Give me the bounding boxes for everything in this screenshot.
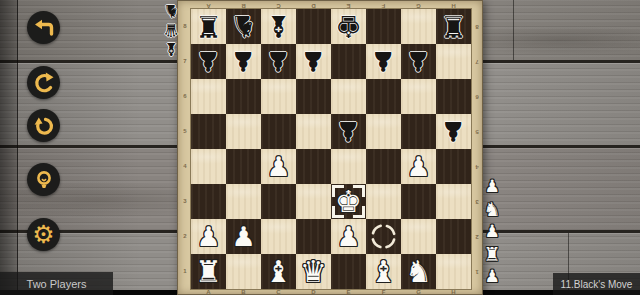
file-label-bottom-G: G <box>401 289 436 295</box>
square-c8[interactable]: ♝ <box>261 9 296 44</box>
lightbulb-icon <box>32 168 56 192</box>
square-g4[interactable]: ♟ <box>401 149 436 184</box>
square-h8[interactable]: ♜ <box>436 9 471 44</box>
redo-button[interactable] <box>27 66 60 99</box>
square-d5[interactable] <box>296 114 331 149</box>
file-label-bottom-C: C <box>261 289 296 295</box>
white-bishop[interactable]: ♝ <box>370 254 397 289</box>
black-pawn[interactable]: ♟ <box>196 44 220 79</box>
move-status-bar: 11.Black's Move <box>553 273 640 295</box>
left-edge-shadow <box>0 0 18 290</box>
white-pawn[interactable]: ♟ <box>406 149 430 184</box>
rank-label-left-1: 1 <box>180 254 190 289</box>
white-knight[interactable]: ♞ <box>405 254 432 289</box>
file-label-top-C: C <box>261 2 296 9</box>
white-pawn[interactable]: ♟ <box>196 219 220 254</box>
rank-label-left-5: 5 <box>180 114 190 149</box>
square-a4[interactable] <box>191 149 226 184</box>
black-rook[interactable]: ♜ <box>440 9 467 44</box>
chess-app-screen: ⚙ ♜♞♝♚♜♟♟♟♟♟♟♟♟♟♟♚♟♟♟♜♝♛♝♞ ABCDEFGHABCDE… <box>0 0 640 295</box>
white-king[interactable]: ♚ <box>335 184 362 219</box>
black-pawn[interactable]: ♟ <box>441 114 465 149</box>
square-b2[interactable]: ♟ <box>226 219 261 254</box>
captured-white-pieces-tray: ♟♞♟♜♟ <box>480 175 504 288</box>
captured-white-pawn: ♟ <box>484 220 499 243</box>
square-f6[interactable] <box>366 79 401 114</box>
square-c3[interactable] <box>261 184 296 219</box>
file-label-bottom-D: D <box>296 289 331 295</box>
square-g3[interactable] <box>401 184 436 219</box>
black-pawn[interactable]: ♟ <box>336 114 360 149</box>
captured-white-knight: ♞ <box>483 198 500 221</box>
square-g7[interactable]: ♟ <box>401 44 436 79</box>
square-f8[interactable] <box>366 9 401 44</box>
square-h3[interactable] <box>436 184 471 219</box>
square-a7[interactable]: ♟ <box>191 44 226 79</box>
rank-label-right-6: 6 <box>472 79 482 114</box>
square-e7[interactable] <box>331 44 366 79</box>
square-c4[interactable]: ♟ <box>261 149 296 184</box>
captured-black-knight: ♞ <box>163 2 179 21</box>
square-c1[interactable]: ♝ <box>261 254 296 289</box>
square-f5[interactable] <box>366 114 401 149</box>
square-b8[interactable]: ♞ <box>226 9 261 44</box>
rank-label-left-4: 4 <box>180 149 190 184</box>
square-h4[interactable] <box>436 149 471 184</box>
square-c7[interactable]: ♟ <box>261 44 296 79</box>
square-g5[interactable] <box>401 114 436 149</box>
square-f7[interactable]: ♟ <box>366 44 401 79</box>
square-g6[interactable] <box>401 79 436 114</box>
rank-label-left-3: 3 <box>180 184 190 219</box>
black-pawn[interactable]: ♟ <box>406 44 430 79</box>
white-queen[interactable]: ♛ <box>300 254 327 289</box>
rank-label-right-7: 7 <box>472 44 482 79</box>
white-bishop[interactable]: ♝ <box>265 254 292 289</box>
square-b7[interactable]: ♟ <box>226 44 261 79</box>
hint-button[interactable] <box>27 163 60 196</box>
square-c2[interactable] <box>261 219 296 254</box>
square-d3[interactable] <box>296 184 331 219</box>
square-b6[interactable] <box>226 79 261 114</box>
black-pawn[interactable]: ♟ <box>231 44 255 79</box>
move-status-label: 11.Black's Move <box>561 279 633 290</box>
square-d2[interactable] <box>296 219 331 254</box>
square-e6[interactable] <box>331 79 366 114</box>
settings-button[interactable]: ⚙ <box>27 218 60 251</box>
square-a2[interactable]: ♟ <box>191 219 226 254</box>
game-mode-label: Two Players <box>27 278 87 290</box>
file-label-top-H: H <box>436 2 471 9</box>
undo-button[interactable] <box>27 11 60 44</box>
square-d1[interactable]: ♛ <box>296 254 331 289</box>
square-e4[interactable] <box>331 149 366 184</box>
square-d8[interactable] <box>296 9 331 44</box>
rank-label-left-6: 6 <box>180 79 190 114</box>
black-rook[interactable]: ♜ <box>195 9 222 44</box>
file-label-top-B: B <box>226 2 261 9</box>
square-e3[interactable]: ♚ <box>331 184 366 219</box>
file-label-bottom-H: H <box>436 289 471 295</box>
square-d7[interactable]: ♟ <box>296 44 331 79</box>
file-label-top-F: F <box>366 2 401 9</box>
file-label-bottom-F: F <box>366 289 401 295</box>
square-a8[interactable]: ♜ <box>191 9 226 44</box>
square-h7[interactable] <box>436 44 471 79</box>
undo-arrow-icon <box>32 16 56 40</box>
rank-label-right-5: 5 <box>472 114 482 149</box>
chess-board: ♜♞♝♚♜♟♟♟♟♟♟♟♟♟♟♚♟♟♟♜♝♛♝♞ ABCDEFGHABCDEFG… <box>177 0 483 295</box>
square-c5[interactable] <box>261 114 296 149</box>
square-f2[interactable] <box>366 219 401 254</box>
black-knight[interactable]: ♞ <box>230 9 257 44</box>
file-label-bottom-A: A <box>191 289 226 295</box>
captured-white-pawn: ♟ <box>484 175 499 198</box>
square-e8[interactable]: ♚ <box>331 9 366 44</box>
file-label-bottom-B: B <box>226 289 261 295</box>
square-f1[interactable]: ♝ <box>366 254 401 289</box>
square-b3[interactable] <box>226 184 261 219</box>
board-grid: ♜♞♝♚♜♟♟♟♟♟♟♟♟♟♟♚♟♟♟♜♝♛♝♞ <box>191 9 471 289</box>
rank-label-left-2: 2 <box>180 219 190 254</box>
square-e5[interactable]: ♟ <box>331 114 366 149</box>
white-rook[interactable]: ♜ <box>195 254 222 289</box>
square-h5[interactable]: ♟ <box>436 114 471 149</box>
black-pawn[interactable]: ♟ <box>301 44 325 79</box>
white-pawn[interactable]: ♟ <box>336 219 360 254</box>
square-f4[interactable] <box>366 149 401 184</box>
captured-white-rook: ♜ <box>483 243 500 266</box>
square-g1[interactable]: ♞ <box>401 254 436 289</box>
game-mode-bar: Two Players <box>0 272 113 295</box>
counterclockwise-arrow-icon <box>32 114 56 138</box>
square-b5[interactable] <box>226 114 261 149</box>
gear-icon: ⚙ <box>32 222 54 247</box>
square-f3[interactable] <box>366 184 401 219</box>
black-pawn[interactable]: ♟ <box>266 44 290 79</box>
clockwise-circular-arrow-icon <box>32 71 56 95</box>
black-pawn[interactable]: ♟ <box>371 44 395 79</box>
square-b4[interactable] <box>226 149 261 184</box>
file-label-top-G: G <box>401 2 436 9</box>
black-bishop[interactable]: ♝ <box>265 9 292 44</box>
square-h6[interactable] <box>436 79 471 114</box>
captured-white-pawn: ♟ <box>484 265 499 288</box>
square-g8[interactable] <box>401 9 436 44</box>
captured-black-pieces-tray: ♞♛♝ <box>159 2 183 59</box>
square-b1[interactable] <box>226 254 261 289</box>
square-c6[interactable] <box>261 79 296 114</box>
square-g2[interactable] <box>401 219 436 254</box>
square-h1[interactable] <box>436 254 471 289</box>
black-king[interactable]: ♚ <box>335 9 362 44</box>
square-e1[interactable] <box>331 254 366 289</box>
rank-label-right-8: 8 <box>472 9 482 44</box>
white-pawn[interactable]: ♟ <box>266 149 290 184</box>
file-label-bottom-E: E <box>331 289 366 295</box>
square-h2[interactable] <box>436 219 471 254</box>
square-d4[interactable] <box>296 149 331 184</box>
white-pawn[interactable]: ♟ <box>231 219 255 254</box>
square-d6[interactable] <box>296 79 331 114</box>
square-a5[interactable] <box>191 114 226 149</box>
rotate-button[interactable] <box>27 109 60 142</box>
square-a6[interactable] <box>191 79 226 114</box>
square-a1[interactable]: ♜ <box>191 254 226 289</box>
file-label-top-D: D <box>296 2 331 9</box>
square-a3[interactable] <box>191 184 226 219</box>
wood-plank-joint <box>513 0 514 60</box>
captured-black-bishop: ♝ <box>163 40 179 59</box>
file-label-top-A: A <box>191 2 226 9</box>
square-e2[interactable]: ♟ <box>331 219 366 254</box>
file-label-top-E: E <box>331 2 366 9</box>
captured-black-queen: ♛ <box>163 21 179 40</box>
